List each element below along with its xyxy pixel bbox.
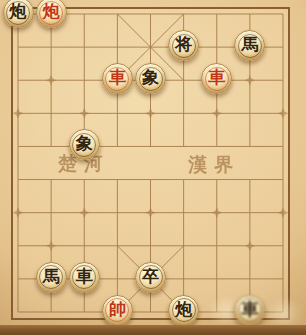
piece-black-soldier[interactable]: 卒 bbox=[135, 262, 166, 293]
piece-glyph: 車 bbox=[109, 69, 126, 86]
piece-black-chariot-a[interactable]: 車 bbox=[69, 262, 100, 293]
piece-glyph: 炮 bbox=[43, 3, 60, 20]
piece-black-elephant-a[interactable]: 象 bbox=[135, 63, 166, 94]
piece-black-cannon-b[interactable]: 炮 bbox=[168, 295, 199, 326]
piece-glyph: 車 bbox=[76, 268, 93, 285]
xiangqi-game: 楚河 漢界 炮炮将馬車象車象馬車卒帥炮車 bbox=[0, 0, 306, 335]
piece-glyph: 車 bbox=[241, 301, 258, 318]
board-bottom-edge bbox=[0, 325, 306, 335]
piece-glyph: 将 bbox=[175, 36, 192, 53]
piece-glyph: 馬 bbox=[241, 36, 258, 53]
piece-glyph: 卒 bbox=[142, 268, 159, 285]
piece-glyph: 象 bbox=[76, 135, 93, 152]
piece-black-elephant-b[interactable]: 象 bbox=[69, 129, 100, 160]
piece-glyph: 象 bbox=[142, 69, 159, 86]
piece-red-general[interactable]: 帥 bbox=[102, 295, 133, 326]
piece-black-horse-b[interactable]: 馬 bbox=[36, 262, 67, 293]
piece-red-chariot-a[interactable]: 車 bbox=[102, 63, 133, 94]
piece-glyph: 炮 bbox=[10, 3, 27, 20]
piece-black-cannon-a[interactable]: 炮 bbox=[3, 0, 34, 28]
piece-glyph: 炮 bbox=[175, 301, 192, 318]
piece-glyph: 馬 bbox=[43, 268, 60, 285]
piece-glyph: 帥 bbox=[109, 301, 126, 318]
piece-red-cannon[interactable]: 炮 bbox=[36, 0, 67, 28]
river-label-han: 漢界 bbox=[187, 153, 240, 175]
piece-glyph: 車 bbox=[208, 69, 225, 86]
